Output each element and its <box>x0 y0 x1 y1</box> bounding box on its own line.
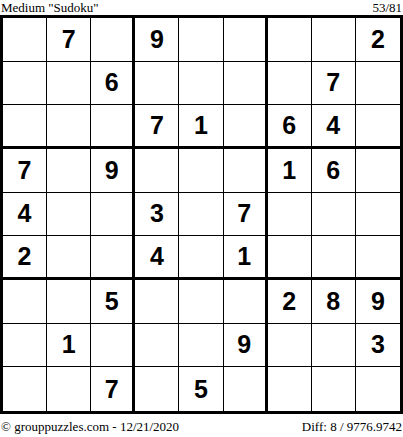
header: Medium "Sudoku" 53/81 <box>0 0 403 15</box>
cell-r6c4-given: 4 <box>135 236 179 280</box>
footer: © grouppuzzles.com - 12/21/2020 Diff: 8 … <box>0 414 403 437</box>
cell-r6c2-empty[interactable] <box>47 236 91 280</box>
cell-r5c8-empty[interactable] <box>312 193 356 237</box>
cell-r8c5-empty[interactable] <box>179 324 223 368</box>
cell-r4c1-given: 7 <box>3 149 47 193</box>
cell-r9c9-empty[interactable] <box>356 367 400 411</box>
cell-r2c8-given: 7 <box>312 62 356 106</box>
cell-r6c1-given: 2 <box>3 236 47 280</box>
cell-r7c6-empty[interactable] <box>224 280 268 324</box>
cell-r3c4-given: 7 <box>135 105 179 149</box>
cell-r1c8-empty[interactable] <box>312 18 356 62</box>
cell-r9c7-empty[interactable] <box>268 367 312 411</box>
sudoku-board: 7926771647916437241528919375 <box>0 15 403 414</box>
cell-r8c3-empty[interactable] <box>91 324 135 368</box>
cell-r1c1-empty[interactable] <box>3 18 47 62</box>
cell-r7c8-given: 8 <box>312 280 356 324</box>
cell-r7c7-given: 2 <box>268 280 312 324</box>
cell-r8c1-empty[interactable] <box>3 324 47 368</box>
cell-r9c5-given: 5 <box>179 367 223 411</box>
cell-r7c4-empty[interactable] <box>135 280 179 324</box>
cell-r5c1-given: 4 <box>3 193 47 237</box>
cell-r6c6-given: 1 <box>224 236 268 280</box>
cell-r7c1-empty[interactable] <box>3 280 47 324</box>
cell-r8c2-given: 1 <box>47 324 91 368</box>
cell-r7c2-empty[interactable] <box>47 280 91 324</box>
cell-r7c5-empty[interactable] <box>179 280 223 324</box>
cell-r8c6-given: 9 <box>224 324 268 368</box>
cell-r3c8-given: 4 <box>312 105 356 149</box>
cell-r5c6-given: 7 <box>224 193 268 237</box>
cell-r4c5-empty[interactable] <box>179 149 223 193</box>
progress-counter: 53/81 <box>372 1 402 15</box>
cell-r3c5-given: 1 <box>179 105 223 149</box>
cell-r2c5-empty[interactable] <box>179 62 223 106</box>
cell-r1c3-empty[interactable] <box>91 18 135 62</box>
cell-r5c3-empty[interactable] <box>91 193 135 237</box>
cell-r2c4-empty[interactable] <box>135 62 179 106</box>
cell-r8c4-empty[interactable] <box>135 324 179 368</box>
cell-r2c1-empty[interactable] <box>3 62 47 106</box>
cell-r3c2-empty[interactable] <box>47 105 91 149</box>
cell-r8c9-given: 3 <box>356 324 400 368</box>
cell-r5c9-empty[interactable] <box>356 193 400 237</box>
cell-r4c2-empty[interactable] <box>47 149 91 193</box>
cell-r9c2-empty[interactable] <box>47 367 91 411</box>
cell-r1c5-empty[interactable] <box>179 18 223 62</box>
cell-r4c8-given: 6 <box>312 149 356 193</box>
cell-r5c2-empty[interactable] <box>47 193 91 237</box>
cell-r6c3-empty[interactable] <box>91 236 135 280</box>
cell-r2c6-empty[interactable] <box>224 62 268 106</box>
cell-r1c2-given: 7 <box>47 18 91 62</box>
cell-r9c6-empty[interactable] <box>224 367 268 411</box>
cell-r6c7-empty[interactable] <box>268 236 312 280</box>
difficulty-text: Diff: 8 / 9776.9742 <box>302 420 402 434</box>
cell-r1c6-empty[interactable] <box>224 18 268 62</box>
cell-r9c8-empty[interactable] <box>312 367 356 411</box>
cell-r6c9-empty[interactable] <box>356 236 400 280</box>
cell-r1c7-empty[interactable] <box>268 18 312 62</box>
cell-r5c5-empty[interactable] <box>179 193 223 237</box>
cell-r4c6-empty[interactable] <box>224 149 268 193</box>
cell-r2c2-empty[interactable] <box>47 62 91 106</box>
cell-r4c4-empty[interactable] <box>135 149 179 193</box>
cell-r2c3-given: 6 <box>91 62 135 106</box>
puzzle-title: Medium "Sudoku" <box>1 1 99 15</box>
cell-r9c1-empty[interactable] <box>3 367 47 411</box>
cell-r3c7-given: 6 <box>268 105 312 149</box>
cell-r2c9-empty[interactable] <box>356 62 400 106</box>
cell-r9c3-given: 7 <box>91 367 135 411</box>
cell-r8c7-empty[interactable] <box>268 324 312 368</box>
cell-r6c8-empty[interactable] <box>312 236 356 280</box>
copyright-text: © grouppuzzles.com - 12/21/2020 <box>1 420 179 434</box>
cell-r9c4-empty[interactable] <box>135 367 179 411</box>
cell-r1c4-given: 9 <box>135 18 179 62</box>
cell-r2c7-empty[interactable] <box>268 62 312 106</box>
cell-r7c3-given: 5 <box>91 280 135 324</box>
cell-r3c6-empty[interactable] <box>224 105 268 149</box>
cell-r3c9-empty[interactable] <box>356 105 400 149</box>
cell-r3c3-empty[interactable] <box>91 105 135 149</box>
cell-r5c7-empty[interactable] <box>268 193 312 237</box>
cell-r4c9-empty[interactable] <box>356 149 400 193</box>
cell-r1c9-given: 2 <box>356 18 400 62</box>
cell-r4c3-given: 9 <box>91 149 135 193</box>
cell-r8c8-empty[interactable] <box>312 324 356 368</box>
cell-r4c7-given: 1 <box>268 149 312 193</box>
cell-r7c9-given: 9 <box>356 280 400 324</box>
cell-r6c5-empty[interactable] <box>179 236 223 280</box>
sudoku-page: Medium "Sudoku" 53/81 792677164791643724… <box>0 0 403 437</box>
cell-r3c1-empty[interactable] <box>3 105 47 149</box>
cell-r5c4-given: 3 <box>135 193 179 237</box>
